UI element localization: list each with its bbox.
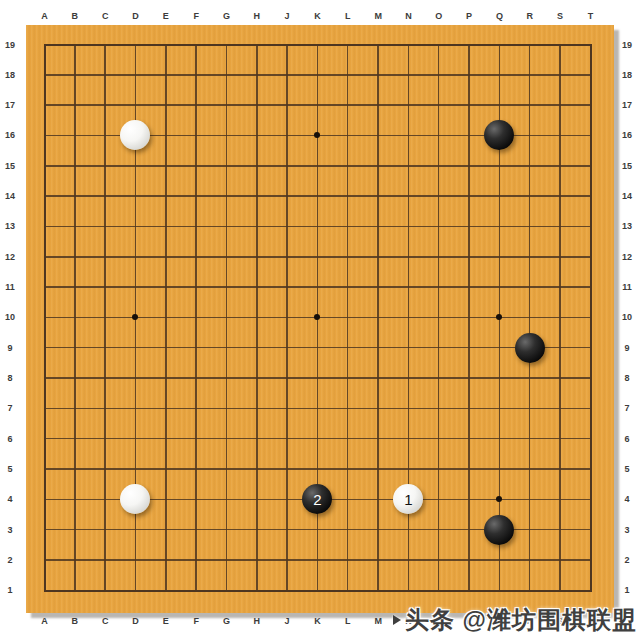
column-label-top-s: S — [550, 10, 570, 22]
column-label-top-t: T — [580, 10, 600, 22]
row-label-left-16: 16 — [0, 129, 20, 141]
column-label-top-q: Q — [489, 10, 509, 22]
column-label-bottom-g: G — [216, 615, 236, 627]
column-label-top-k: K — [307, 10, 327, 22]
column-label-top-f: F — [186, 10, 206, 22]
row-label-right-17: 17 — [617, 99, 637, 111]
grid-line-vertical — [529, 45, 530, 591]
column-label-top-h: H — [247, 10, 267, 22]
row-label-left-11: 11 — [0, 281, 20, 293]
column-label-bottom-f: F — [186, 615, 206, 627]
row-label-right-7: 7 — [617, 402, 637, 414]
stone-move-number: 1 — [404, 492, 412, 507]
row-label-right-4: 4 — [617, 493, 637, 505]
column-label-top-o: O — [429, 10, 449, 22]
stone-move-number: 2 — [313, 492, 321, 507]
column-label-top-c: C — [95, 10, 115, 22]
row-label-right-13: 13 — [617, 220, 637, 232]
column-label-bottom-e: E — [156, 615, 176, 627]
column-label-bottom-c: C — [95, 615, 115, 627]
row-label-left-2: 2 — [0, 554, 20, 566]
column-label-bottom-a: A — [35, 615, 55, 627]
row-label-left-18: 18 — [0, 69, 20, 81]
black-stone-r9 — [515, 333, 545, 363]
go-board: 21 — [26, 25, 614, 613]
go-diagram: 21 ABCDEFGHJKLMNOPQRST ABCDEFGHJKLMNOPQR… — [0, 0, 640, 640]
column-label-top-l: L — [338, 10, 358, 22]
column-label-top-e: E — [156, 10, 176, 22]
row-label-right-11: 11 — [617, 281, 637, 293]
row-label-left-13: 13 — [0, 220, 20, 232]
row-label-right-1: 1 — [617, 584, 637, 596]
row-label-right-16: 16 — [617, 129, 637, 141]
grid-line-horizontal — [45, 468, 591, 469]
column-label-top-p: P — [459, 10, 479, 22]
row-label-left-17: 17 — [0, 99, 20, 111]
row-label-right-10: 10 — [617, 311, 637, 323]
grid-line-vertical — [559, 45, 560, 591]
row-label-left-8: 8 — [0, 372, 20, 384]
column-label-top-g: G — [216, 10, 236, 22]
toutiao-logo-icon — [393, 615, 401, 625]
row-label-left-1: 1 — [0, 584, 20, 596]
row-label-right-18: 18 — [617, 69, 637, 81]
column-label-top-d: D — [125, 10, 145, 22]
watermark: 头条 @潍坊围棋联盟 — [393, 604, 637, 636]
row-label-right-15: 15 — [617, 160, 637, 172]
column-label-top-j: J — [277, 10, 297, 22]
column-label-top-b: B — [65, 10, 85, 22]
column-label-bottom-j: J — [277, 615, 297, 627]
grid-line-horizontal — [45, 377, 591, 378]
row-label-right-19: 19 — [617, 39, 637, 51]
column-label-bottom-m: M — [368, 615, 388, 627]
grid-line-horizontal — [45, 347, 591, 348]
row-label-right-2: 2 — [617, 554, 637, 566]
row-label-right-9: 9 — [617, 342, 637, 354]
row-label-right-5: 5 — [617, 463, 637, 475]
row-label-left-14: 14 — [0, 190, 20, 202]
grid-line-vertical — [438, 45, 439, 591]
row-label-right-12: 12 — [617, 251, 637, 263]
grid-line-horizontal — [45, 438, 591, 439]
row-label-right-3: 3 — [617, 524, 637, 536]
column-label-top-n: N — [398, 10, 418, 22]
row-label-left-15: 15 — [0, 160, 20, 172]
row-label-right-6: 6 — [617, 433, 637, 445]
row-label-left-5: 5 — [0, 463, 20, 475]
column-label-bottom-h: H — [247, 615, 267, 627]
row-label-left-10: 10 — [0, 311, 20, 323]
row-label-left-4: 4 — [0, 493, 20, 505]
column-label-bottom-b: B — [65, 615, 85, 627]
row-label-left-7: 7 — [0, 402, 20, 414]
grid-line-vertical — [377, 45, 378, 591]
column-label-bottom-d: D — [125, 615, 145, 627]
grid-line-horizontal — [45, 559, 591, 560]
grid-line-horizontal — [45, 408, 591, 409]
column-label-top-r: R — [520, 10, 540, 22]
grid-line-vertical — [468, 45, 469, 591]
row-label-left-19: 19 — [0, 39, 20, 51]
column-label-top-a: A — [35, 10, 55, 22]
row-label-left-12: 12 — [0, 251, 20, 263]
row-label-left-3: 3 — [0, 524, 20, 536]
row-label-right-14: 14 — [617, 190, 637, 202]
column-label-bottom-k: K — [307, 615, 327, 627]
grid-line-vertical — [347, 45, 348, 591]
watermark-text: 头条 @潍坊围棋联盟 — [405, 604, 637, 636]
column-label-bottom-l: L — [338, 615, 358, 627]
row-label-left-6: 6 — [0, 433, 20, 445]
row-label-right-8: 8 — [617, 372, 637, 384]
row-label-left-9: 9 — [0, 342, 20, 354]
column-label-top-m: M — [368, 10, 388, 22]
